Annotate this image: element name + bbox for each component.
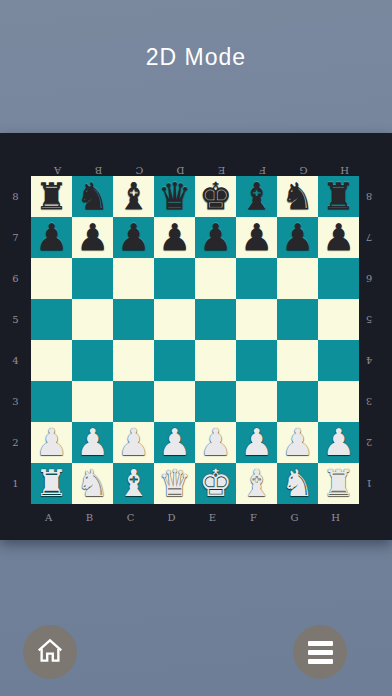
square-b8[interactable]: ♞ xyxy=(72,176,113,217)
square-b7[interactable]: ♟ xyxy=(72,217,113,258)
square-c6[interactable] xyxy=(113,258,154,299)
rank-label-right-4: 4 xyxy=(359,340,379,381)
square-h5[interactable] xyxy=(318,299,359,340)
square-g8[interactable]: ♞ xyxy=(277,176,318,217)
piece-white-pawn[interactable]: ♟ xyxy=(158,422,191,463)
square-h6[interactable] xyxy=(318,258,359,299)
square-a1[interactable]: ♜ xyxy=(31,463,72,504)
piece-black-pawn[interactable]: ♟ xyxy=(240,217,273,258)
board: ♜♞♝♛♚♝♞♜♟♟♟♟♟♟♟♟♟♟♟♟♟♟♟♟♜♞♝♛♚♝♞♜ xyxy=(31,176,359,504)
piece-black-pawn[interactable]: ♟ xyxy=(35,217,68,258)
square-c1[interactable]: ♝ xyxy=(113,463,154,504)
piece-white-knight[interactable]: ♞ xyxy=(281,463,314,504)
square-h2[interactable]: ♟ xyxy=(318,422,359,463)
rank-label-right-3: 3 xyxy=(359,381,379,422)
square-e5[interactable] xyxy=(195,299,236,340)
file-label-bottom-a: A xyxy=(28,506,69,528)
square-h8[interactable]: ♜ xyxy=(318,176,359,217)
square-e8[interactable]: ♚ xyxy=(195,176,236,217)
square-d2[interactable]: ♟ xyxy=(154,422,195,463)
square-h7[interactable]: ♟ xyxy=(318,217,359,258)
chess-board-frame: ABCDEFGH 87654321 87654321 ♜♞♝♛♚♝♞♜♟♟♟♟♟… xyxy=(0,133,392,540)
piece-white-rook[interactable]: ♜ xyxy=(322,463,355,504)
file-label-bottom-e: E xyxy=(192,506,233,528)
rank-label-right-7: 7 xyxy=(359,217,379,258)
square-d4[interactable] xyxy=(154,340,195,381)
piece-white-pawn[interactable]: ♟ xyxy=(240,422,273,463)
square-c2[interactable]: ♟ xyxy=(113,422,154,463)
piece-white-pawn[interactable]: ♟ xyxy=(76,422,109,463)
square-g5[interactable] xyxy=(277,299,318,340)
square-f1[interactable]: ♝ xyxy=(236,463,277,504)
rank-label-right-8: 8 xyxy=(359,176,379,217)
piece-black-pawn[interactable]: ♟ xyxy=(322,217,355,258)
piece-black-rook[interactable]: ♜ xyxy=(35,176,68,217)
piece-white-pawn[interactable]: ♟ xyxy=(322,422,355,463)
piece-white-knight[interactable]: ♞ xyxy=(76,463,109,504)
rank-label-left-7: 7 xyxy=(0,217,31,258)
piece-white-bishop[interactable]: ♝ xyxy=(117,463,150,504)
piece-black-rook[interactable]: ♜ xyxy=(322,176,355,217)
square-h3[interactable] xyxy=(318,381,359,422)
piece-white-pawn[interactable]: ♟ xyxy=(117,422,150,463)
square-f3[interactable] xyxy=(236,381,277,422)
piece-black-knight[interactable]: ♞ xyxy=(76,176,109,217)
square-a7[interactable]: ♟ xyxy=(31,217,72,258)
square-b4[interactable] xyxy=(72,340,113,381)
square-d7[interactable]: ♟ xyxy=(154,217,195,258)
square-g3[interactable] xyxy=(277,381,318,422)
square-f8[interactable]: ♝ xyxy=(236,176,277,217)
file-labels-top: ABCDEFGH xyxy=(37,146,365,176)
page-title: 2D Mode xyxy=(0,44,392,71)
square-g4[interactable] xyxy=(277,340,318,381)
rank-label-left-5: 5 xyxy=(0,299,31,340)
square-h4[interactable] xyxy=(318,340,359,381)
file-label-bottom-f: F xyxy=(233,506,274,528)
piece-black-queen[interactable]: ♛ xyxy=(158,176,191,217)
square-b5[interactable] xyxy=(72,299,113,340)
square-h1[interactable]: ♜ xyxy=(318,463,359,504)
piece-white-pawn[interactable]: ♟ xyxy=(199,422,232,463)
rank-label-left-4: 4 xyxy=(0,340,31,381)
piece-black-pawn[interactable]: ♟ xyxy=(117,217,150,258)
file-label-bottom-h: H xyxy=(315,506,356,528)
piece-black-pawn[interactable]: ♟ xyxy=(158,217,191,258)
piece-white-bishop[interactable]: ♝ xyxy=(240,463,273,504)
menu-icon xyxy=(308,641,333,664)
piece-black-knight[interactable]: ♞ xyxy=(281,176,314,217)
file-label-bottom-d: D xyxy=(151,506,192,528)
square-c5[interactable] xyxy=(113,299,154,340)
piece-black-king[interactable]: ♚ xyxy=(199,176,232,217)
square-d5[interactable] xyxy=(154,299,195,340)
file-label-bottom-b: B xyxy=(69,506,110,528)
rank-label-right-5: 5 xyxy=(359,299,379,340)
square-a3[interactable] xyxy=(31,381,72,422)
home-button[interactable] xyxy=(23,625,77,679)
piece-black-pawn[interactable]: ♟ xyxy=(76,217,109,258)
rank-label-left-1: 1 xyxy=(0,463,31,504)
square-b2[interactable]: ♟ xyxy=(72,422,113,463)
file-label-bottom-g: G xyxy=(274,506,315,528)
square-e6[interactable] xyxy=(195,258,236,299)
square-c3[interactable] xyxy=(113,381,154,422)
piece-white-queen[interactable]: ♛ xyxy=(158,463,191,504)
rank-label-right-1: 1 xyxy=(359,463,379,504)
piece-black-bishop[interactable]: ♝ xyxy=(240,176,273,217)
piece-black-pawn[interactable]: ♟ xyxy=(281,217,314,258)
file-labels-bottom: ABCDEFGH xyxy=(28,506,356,528)
rank-label-left-6: 6 xyxy=(0,258,31,299)
file-label-bottom-c: C xyxy=(110,506,151,528)
square-g7[interactable]: ♟ xyxy=(277,217,318,258)
piece-black-pawn[interactable]: ♟ xyxy=(199,217,232,258)
square-g1[interactable]: ♞ xyxy=(277,463,318,504)
square-f2[interactable]: ♟ xyxy=(236,422,277,463)
piece-white-king[interactable]: ♚ xyxy=(199,463,232,504)
rank-label-left-8: 8 xyxy=(0,176,31,217)
piece-white-pawn[interactable]: ♟ xyxy=(35,422,68,463)
square-e1[interactable]: ♚ xyxy=(195,463,236,504)
square-c8[interactable]: ♝ xyxy=(113,176,154,217)
menu-button[interactable] xyxy=(293,625,347,679)
square-g2[interactable]: ♟ xyxy=(277,422,318,463)
piece-black-bishop[interactable]: ♝ xyxy=(117,176,150,217)
square-b1[interactable]: ♞ xyxy=(72,463,113,504)
rank-label-right-2: 2 xyxy=(359,422,379,463)
square-a2[interactable]: ♟ xyxy=(31,422,72,463)
rank-label-left-3: 3 xyxy=(0,381,31,422)
square-a8[interactable]: ♜ xyxy=(31,176,72,217)
home-icon xyxy=(35,636,65,669)
square-c7[interactable]: ♟ xyxy=(113,217,154,258)
piece-white-pawn[interactable]: ♟ xyxy=(281,422,314,463)
square-b6[interactable] xyxy=(72,258,113,299)
square-d1[interactable]: ♛ xyxy=(154,463,195,504)
piece-white-rook[interactable]: ♜ xyxy=(35,463,68,504)
rank-label-left-2: 2 xyxy=(0,422,31,463)
square-f5[interactable] xyxy=(236,299,277,340)
rank-labels-right: 87654321 xyxy=(359,176,379,504)
square-a6[interactable] xyxy=(31,258,72,299)
square-e4[interactable] xyxy=(195,340,236,381)
square-f4[interactable] xyxy=(236,340,277,381)
square-d3[interactable] xyxy=(154,381,195,422)
rank-label-right-6: 6 xyxy=(359,258,379,299)
square-d8[interactable]: ♛ xyxy=(154,176,195,217)
square-a5[interactable] xyxy=(31,299,72,340)
square-e7[interactable]: ♟ xyxy=(195,217,236,258)
square-a4[interactable] xyxy=(31,340,72,381)
square-b3[interactable] xyxy=(72,381,113,422)
square-f6[interactable] xyxy=(236,258,277,299)
square-e3[interactable] xyxy=(195,381,236,422)
square-e2[interactable]: ♟ xyxy=(195,422,236,463)
square-g6[interactable] xyxy=(277,258,318,299)
square-f7[interactable]: ♟ xyxy=(236,217,277,258)
rank-labels-left: 87654321 xyxy=(0,176,31,504)
square-d6[interactable] xyxy=(154,258,195,299)
square-c4[interactable] xyxy=(113,340,154,381)
app-screen: 2D Mode ABCDEFGH 87654321 87654321 ♜♞♝♛♚… xyxy=(0,0,392,696)
